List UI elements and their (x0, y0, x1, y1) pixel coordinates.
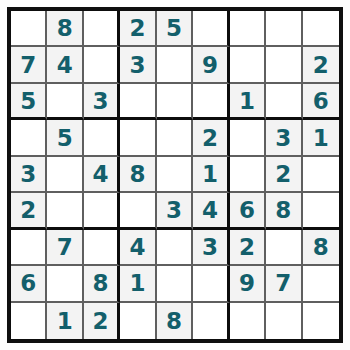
cell-r5c1[interactable]: 3 (11, 157, 47, 193)
cell-r3c1[interactable]: 5 (11, 84, 47, 120)
cell-r8c1[interactable]: 6 (11, 266, 47, 302)
cell-r3c6[interactable] (193, 84, 229, 120)
cell-r1c7[interactable] (230, 11, 266, 47)
cell-r2c5[interactable] (157, 47, 193, 83)
cell-r9c9[interactable] (303, 303, 339, 339)
cell-r6c6[interactable]: 4 (193, 193, 229, 229)
cell-r9c8[interactable] (266, 303, 302, 339)
cell-r8c9[interactable] (303, 266, 339, 302)
cell-r1c1[interactable] (11, 11, 47, 47)
sudoku-board: 825743925316523134812234687432868197128 (7, 7, 343, 343)
cell-r1c5[interactable]: 5 (157, 11, 193, 47)
cell-r8c7[interactable]: 9 (230, 266, 266, 302)
cell-r9c4[interactable] (120, 303, 156, 339)
cell-r5c3[interactable]: 4 (84, 157, 120, 193)
cell-r1c3[interactable] (84, 11, 120, 47)
cell-r9c5[interactable]: 8 (157, 303, 193, 339)
cell-r8c4[interactable]: 1 (120, 266, 156, 302)
cell-r3c9[interactable]: 6 (303, 84, 339, 120)
cell-r5c5[interactable] (157, 157, 193, 193)
cell-r2c2[interactable]: 4 (47, 47, 83, 83)
cell-r6c7[interactable]: 6 (230, 193, 266, 229)
cell-r6c4[interactable] (120, 193, 156, 229)
cell-r3c7[interactable]: 1 (230, 84, 266, 120)
cell-r3c5[interactable] (157, 84, 193, 120)
cell-r4c9[interactable]: 1 (303, 120, 339, 156)
cell-r9c6[interactable] (193, 303, 229, 339)
cell-r5c6[interactable]: 1 (193, 157, 229, 193)
cell-r3c3[interactable]: 3 (84, 84, 120, 120)
cell-r9c2[interactable]: 1 (47, 303, 83, 339)
cell-r2c6[interactable]: 9 (193, 47, 229, 83)
cell-r6c5[interactable]: 3 (157, 193, 193, 229)
cell-r7c4[interactable]: 4 (120, 230, 156, 266)
cell-r2c9[interactable]: 2 (303, 47, 339, 83)
cell-r8c2[interactable] (47, 266, 83, 302)
cell-r2c4[interactable]: 3 (120, 47, 156, 83)
cell-r7c8[interactable] (266, 230, 302, 266)
cell-r5c7[interactable] (230, 157, 266, 193)
cell-r8c5[interactable] (157, 266, 193, 302)
cell-r9c7[interactable] (230, 303, 266, 339)
cell-r1c8[interactable] (266, 11, 302, 47)
cell-r7c6[interactable]: 3 (193, 230, 229, 266)
cell-r1c9[interactable] (303, 11, 339, 47)
cell-r4c8[interactable]: 3 (266, 120, 302, 156)
cell-r6c9[interactable] (303, 193, 339, 229)
cell-r6c3[interactable] (84, 193, 120, 229)
cell-r4c3[interactable] (84, 120, 120, 156)
cell-r6c8[interactable]: 8 (266, 193, 302, 229)
cell-r6c1[interactable]: 2 (11, 193, 47, 229)
cell-r7c2[interactable]: 7 (47, 230, 83, 266)
cell-r7c3[interactable] (84, 230, 120, 266)
cell-r4c2[interactable]: 5 (47, 120, 83, 156)
cell-r8c8[interactable]: 7 (266, 266, 302, 302)
cell-r3c4[interactable] (120, 84, 156, 120)
cell-r5c8[interactable]: 2 (266, 157, 302, 193)
cell-r5c4[interactable]: 8 (120, 157, 156, 193)
cell-r2c7[interactable] (230, 47, 266, 83)
cell-r2c8[interactable] (266, 47, 302, 83)
cell-r1c6[interactable] (193, 11, 229, 47)
sudoku-page: 825743925316523134812234687432868197128 (0, 0, 350, 350)
cell-r8c6[interactable] (193, 266, 229, 302)
cell-r5c2[interactable] (47, 157, 83, 193)
cell-r2c1[interactable]: 7 (11, 47, 47, 83)
cell-r2c3[interactable] (84, 47, 120, 83)
cell-r4c7[interactable] (230, 120, 266, 156)
cell-r6c2[interactable] (47, 193, 83, 229)
cell-r7c9[interactable]: 8 (303, 230, 339, 266)
cell-r1c2[interactable]: 8 (47, 11, 83, 47)
cell-r5c9[interactable] (303, 157, 339, 193)
cell-r8c3[interactable]: 8 (84, 266, 120, 302)
cell-r9c3[interactable]: 2 (84, 303, 120, 339)
cell-r7c7[interactable]: 2 (230, 230, 266, 266)
cell-r4c1[interactable] (11, 120, 47, 156)
cell-r7c5[interactable] (157, 230, 193, 266)
cell-r3c8[interactable] (266, 84, 302, 120)
cell-r4c6[interactable]: 2 (193, 120, 229, 156)
cell-r1c4[interactable]: 2 (120, 11, 156, 47)
cell-r9c1[interactable] (11, 303, 47, 339)
cell-r4c5[interactable] (157, 120, 193, 156)
cell-r4c4[interactable] (120, 120, 156, 156)
cell-r3c2[interactable] (47, 84, 83, 120)
cell-r7c1[interactable] (11, 230, 47, 266)
